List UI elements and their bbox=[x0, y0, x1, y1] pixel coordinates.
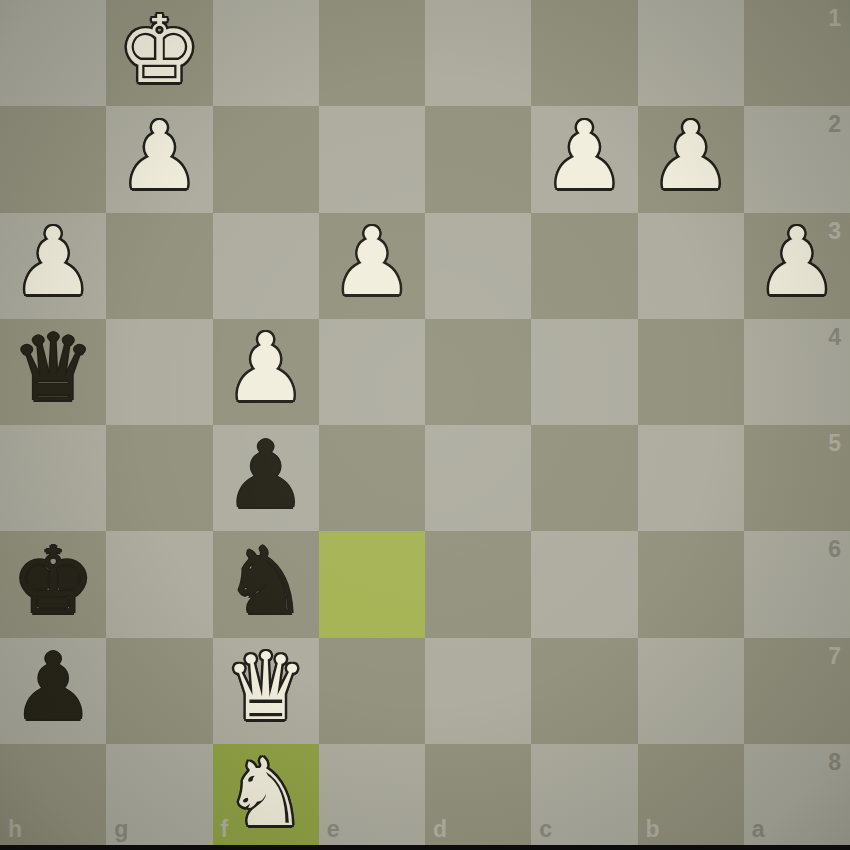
rank-label-7: 7 bbox=[828, 643, 841, 670]
square-g2[interactable]: ♟ bbox=[106, 106, 212, 212]
rank-label-4: 4 bbox=[828, 324, 841, 351]
square-d1[interactable] bbox=[425, 0, 531, 106]
piece-white-pawn-e3[interactable]: ♟ bbox=[319, 213, 425, 319]
square-h2[interactable] bbox=[0, 106, 106, 212]
square-b1[interactable] bbox=[638, 0, 744, 106]
square-a7[interactable]: 7 bbox=[744, 638, 850, 744]
piece-white-knight-f8[interactable]: ♞ bbox=[213, 744, 319, 850]
square-f5[interactable]: ♟ bbox=[213, 425, 319, 531]
square-c2[interactable]: ♟ bbox=[531, 106, 637, 212]
square-d6[interactable] bbox=[425, 531, 531, 637]
file-label-c: c bbox=[539, 816, 552, 843]
piece-white-pawn-c2[interactable]: ♟ bbox=[531, 106, 637, 212]
rank-label-5: 5 bbox=[828, 430, 841, 457]
square-f7[interactable]: ♛ bbox=[213, 638, 319, 744]
square-e3[interactable]: ♟ bbox=[319, 213, 425, 319]
square-f2[interactable] bbox=[213, 106, 319, 212]
rank-label-6: 6 bbox=[828, 536, 841, 563]
square-e4[interactable] bbox=[319, 319, 425, 425]
square-c1[interactable] bbox=[531, 0, 637, 106]
square-e5[interactable] bbox=[319, 425, 425, 531]
rank-label-1: 1 bbox=[828, 5, 841, 32]
square-d7[interactable] bbox=[425, 638, 531, 744]
square-g6[interactable] bbox=[106, 531, 212, 637]
square-g4[interactable] bbox=[106, 319, 212, 425]
chess-board: ♚1♟♟♟2♟♟3♟♛♟4♟5♚♞6♟♛7hgf♞edcb8a bbox=[0, 0, 850, 850]
square-d4[interactable] bbox=[425, 319, 531, 425]
piece-white-pawn-h3[interactable]: ♟ bbox=[0, 213, 106, 319]
square-b3[interactable] bbox=[638, 213, 744, 319]
square-f1[interactable] bbox=[213, 0, 319, 106]
rank-label-2: 2 bbox=[828, 111, 841, 138]
square-g8[interactable]: g bbox=[106, 744, 212, 850]
piece-white-pawn-g2[interactable]: ♟ bbox=[106, 106, 212, 212]
rank-label-8: 8 bbox=[828, 749, 841, 776]
square-b8[interactable]: b bbox=[638, 744, 744, 850]
piece-black-queen-h4[interactable]: ♛ bbox=[0, 319, 106, 425]
square-b4[interactable] bbox=[638, 319, 744, 425]
square-f3[interactable] bbox=[213, 213, 319, 319]
square-b6[interactable] bbox=[638, 531, 744, 637]
piece-white-king-g1[interactable]: ♚ bbox=[106, 0, 212, 106]
square-a4[interactable]: 4 bbox=[744, 319, 850, 425]
square-d3[interactable] bbox=[425, 213, 531, 319]
square-f6[interactable]: ♞ bbox=[213, 531, 319, 637]
square-a5[interactable]: 5 bbox=[744, 425, 850, 531]
square-a1[interactable]: 1 bbox=[744, 0, 850, 106]
square-c4[interactable] bbox=[531, 319, 637, 425]
piece-black-pawn-f5[interactable]: ♟ bbox=[213, 425, 319, 531]
square-g5[interactable] bbox=[106, 425, 212, 531]
square-h7[interactable]: ♟ bbox=[0, 638, 106, 744]
square-c5[interactable] bbox=[531, 425, 637, 531]
square-d8[interactable]: d bbox=[425, 744, 531, 850]
square-h1[interactable] bbox=[0, 0, 106, 106]
file-label-h: h bbox=[8, 816, 22, 843]
square-c8[interactable]: c bbox=[531, 744, 637, 850]
square-e2[interactable] bbox=[319, 106, 425, 212]
square-a2[interactable]: 2 bbox=[744, 106, 850, 212]
square-f8[interactable]: f♞ bbox=[213, 744, 319, 850]
square-c3[interactable] bbox=[531, 213, 637, 319]
square-a3[interactable]: 3♟ bbox=[744, 213, 850, 319]
square-c6[interactable] bbox=[531, 531, 637, 637]
square-h5[interactable] bbox=[0, 425, 106, 531]
square-a8[interactable]: 8a bbox=[744, 744, 850, 850]
square-e8[interactable]: e bbox=[319, 744, 425, 850]
square-h4[interactable]: ♛ bbox=[0, 319, 106, 425]
square-h6[interactable]: ♚ bbox=[0, 531, 106, 637]
piece-black-king-h6[interactable]: ♚ bbox=[0, 531, 106, 637]
square-a6[interactable]: 6 bbox=[744, 531, 850, 637]
piece-black-pawn-h7[interactable]: ♟ bbox=[0, 638, 106, 744]
square-b2[interactable]: ♟ bbox=[638, 106, 744, 212]
square-e1[interactable] bbox=[319, 0, 425, 106]
piece-white-pawn-f4[interactable]: ♟ bbox=[213, 319, 319, 425]
square-d2[interactable] bbox=[425, 106, 531, 212]
square-e7[interactable] bbox=[319, 638, 425, 744]
file-label-d: d bbox=[433, 816, 447, 843]
piece-white-queen-f7[interactable]: ♛ bbox=[213, 638, 319, 744]
piece-white-pawn-a3[interactable]: ♟ bbox=[744, 213, 850, 319]
file-label-b: b bbox=[646, 816, 660, 843]
square-h8[interactable]: h bbox=[0, 744, 106, 850]
file-label-a: a bbox=[752, 816, 765, 843]
square-h3[interactable]: ♟ bbox=[0, 213, 106, 319]
square-g3[interactable] bbox=[106, 213, 212, 319]
square-g1[interactable]: ♚ bbox=[106, 0, 212, 106]
square-g7[interactable] bbox=[106, 638, 212, 744]
piece-black-knight-f6[interactable]: ♞ bbox=[213, 531, 319, 637]
square-b7[interactable] bbox=[638, 638, 744, 744]
file-label-g: g bbox=[114, 816, 128, 843]
square-c7[interactable] bbox=[531, 638, 637, 744]
square-b5[interactable] bbox=[638, 425, 744, 531]
square-f4[interactable]: ♟ bbox=[213, 319, 319, 425]
square-e6[interactable] bbox=[319, 531, 425, 637]
square-d5[interactable] bbox=[425, 425, 531, 531]
piece-white-pawn-b2[interactable]: ♟ bbox=[638, 106, 744, 212]
file-label-e: e bbox=[327, 816, 340, 843]
